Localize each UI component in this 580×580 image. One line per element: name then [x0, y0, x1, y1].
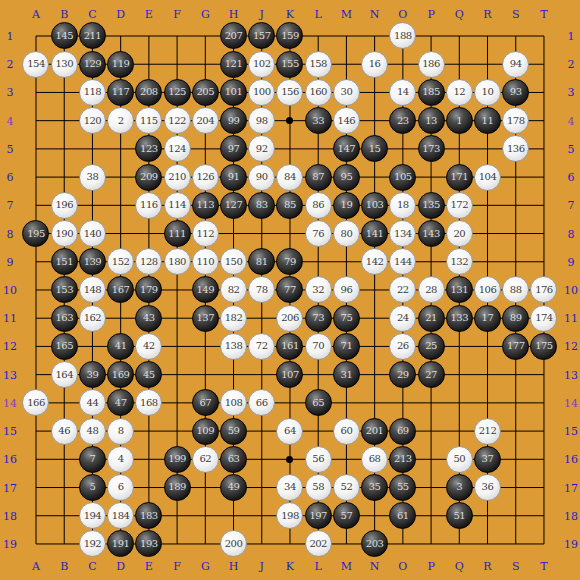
move-number: 117	[112, 87, 130, 97]
move-number: 22	[397, 285, 409, 295]
move-number: 162	[84, 313, 102, 323]
coord-label-14: 14	[564, 396, 578, 409]
move-number: 82	[228, 285, 240, 295]
move-number: 47	[115, 398, 127, 408]
white-stone-C14-move-44: 44	[79, 389, 106, 416]
stones-layer: 1452112071571591881541301291191211021551…	[22, 22, 558, 558]
white-stone-C19-move-192: 192	[79, 530, 106, 557]
black-stone-D10-move-167: 167	[107, 276, 134, 303]
black-stone-B9-move-151: 151	[51, 248, 78, 275]
move-number: 70	[312, 341, 324, 351]
black-stone-J1-move-157: 157	[248, 22, 275, 49]
coord-label-14: 14	[3, 396, 17, 409]
coord-label-17: 17	[3, 481, 17, 494]
black-stone-S11-move-89: 89	[502, 305, 529, 332]
black-stone-A8-move-195: 195	[22, 220, 49, 247]
move-number: 39	[87, 370, 99, 380]
black-stone-M13-move-31: 31	[333, 361, 360, 388]
move-number: 86	[312, 200, 324, 210]
move-number: 199	[168, 454, 186, 464]
black-stone-N5-move-15: 15	[361, 135, 388, 162]
move-number: 77	[284, 285, 296, 295]
black-stone-M6-move-95: 95	[333, 164, 360, 191]
move-number: 108	[225, 398, 243, 408]
move-number: 139	[84, 257, 102, 267]
white-stone-B7-move-196: 196	[51, 192, 78, 219]
black-stone-H16-move-63: 63	[220, 446, 247, 473]
black-stone-E13-move-45: 45	[135, 361, 162, 388]
black-stone-R16-move-37: 37	[474, 446, 501, 473]
black-stone-B10-move-153: 153	[51, 276, 78, 303]
white-stone-K3-move-156: 156	[276, 79, 303, 106]
move-number: 134	[394, 229, 412, 239]
white-stone-J2-move-102: 102	[248, 51, 275, 78]
move-number: 50	[453, 454, 465, 464]
white-stone-C15-move-48: 48	[79, 418, 106, 445]
coord-label-15: 15	[3, 425, 17, 438]
move-number: 88	[510, 285, 522, 295]
black-stone-G11-move-137: 137	[192, 305, 219, 332]
white-stone-E7-move-116: 116	[135, 192, 162, 219]
white-stone-O11-move-24: 24	[389, 305, 416, 332]
white-stone-F7-move-114: 114	[164, 192, 191, 219]
move-number: 172	[450, 200, 468, 210]
white-stone-J4-move-98: 98	[248, 107, 275, 134]
move-number: 132	[450, 257, 468, 267]
white-stone-R3-move-10: 10	[474, 79, 501, 106]
coord-label-16: 16	[3, 453, 17, 466]
coord-label-O: O	[398, 8, 407, 21]
move-number: 173	[422, 144, 440, 154]
white-stone-Q7-move-172: 172	[446, 192, 473, 219]
move-number: 26	[397, 341, 409, 351]
move-number: 148	[84, 285, 102, 295]
white-stone-L10-move-32: 32	[305, 276, 332, 303]
white-stone-T10-move-176: 176	[530, 276, 557, 303]
move-number: 66	[256, 398, 268, 408]
black-stone-C1-move-211: 211	[79, 22, 106, 49]
black-stone-H5-move-97: 97	[220, 135, 247, 162]
move-number: 33	[312, 116, 324, 126]
coord-label-7: 7	[7, 199, 14, 212]
coord-label-P: P	[427, 8, 434, 21]
black-stone-B1-move-145: 145	[51, 22, 78, 49]
black-stone-R4-move-11: 11	[474, 107, 501, 134]
move-number: 72	[256, 341, 268, 351]
black-stone-P4-move-13: 13	[418, 107, 445, 134]
move-number: 200	[225, 539, 243, 549]
coord-label-L: L	[315, 8, 322, 21]
move-number: 158	[309, 59, 327, 69]
coord-label-K: K	[286, 560, 294, 573]
black-stone-K10-move-77: 77	[276, 276, 303, 303]
white-stone-G16-move-62: 62	[192, 446, 219, 473]
black-stone-Q17-move-3: 3	[446, 474, 473, 501]
coord-label-12: 12	[3, 340, 17, 353]
move-number: 123	[140, 144, 158, 154]
coord-label-M: M	[341, 560, 352, 573]
move-number: 1	[456, 116, 462, 126]
coord-label-D: D	[116, 8, 125, 21]
move-number: 78	[256, 285, 268, 295]
white-stone-Q8-move-20: 20	[446, 220, 473, 247]
white-stone-J5-move-92: 92	[248, 135, 275, 162]
white-stone-S5-move-136: 136	[502, 135, 529, 162]
coord-label-10: 10	[3, 283, 17, 296]
move-number: 4	[118, 454, 124, 464]
black-stone-K2-move-155: 155	[276, 51, 303, 78]
white-stone-L7-move-86: 86	[305, 192, 332, 219]
coord-label-H: H	[229, 560, 239, 573]
white-stone-J10-move-78: 78	[248, 276, 275, 303]
move-number: 135	[422, 200, 440, 210]
black-stone-L6-move-87: 87	[305, 164, 332, 191]
white-stone-C8-move-140: 140	[79, 220, 106, 247]
move-number: 84	[284, 172, 296, 182]
white-stone-H14-move-108: 108	[220, 389, 247, 416]
move-number: 188	[394, 31, 412, 41]
white-stone-K18-move-198: 198	[276, 502, 303, 529]
white-stone-L3-move-160: 160	[305, 79, 332, 106]
black-stone-G7-move-113: 113	[192, 192, 219, 219]
move-number: 46	[58, 426, 70, 436]
black-stone-O4-move-23: 23	[389, 107, 416, 134]
move-number: 203	[366, 539, 384, 549]
white-stone-O12-move-26: 26	[389, 333, 416, 360]
black-stone-C16-move-7: 7	[79, 446, 106, 473]
coord-label-T: T	[540, 560, 547, 573]
move-number: 180	[168, 257, 186, 267]
black-stone-M5-move-147: 147	[333, 135, 360, 162]
move-number: 96	[341, 285, 353, 295]
black-stone-K13-move-107: 107	[276, 361, 303, 388]
coord-label-11: 11	[3, 312, 17, 325]
move-number: 194	[84, 511, 102, 521]
move-number: 49	[228, 482, 240, 492]
black-stone-J9-move-81: 81	[248, 248, 275, 275]
coord-label-8: 8	[568, 227, 575, 240]
white-stone-P10-move-28: 28	[418, 276, 445, 303]
black-stone-G3-move-205: 205	[192, 79, 219, 106]
coord-label-E: E	[145, 560, 153, 573]
move-number: 25	[425, 341, 437, 351]
move-number: 91	[228, 172, 240, 182]
move-number: 125	[168, 87, 186, 97]
black-stone-P12-move-25: 25	[418, 333, 445, 360]
move-number: 76	[312, 229, 324, 239]
white-stone-E12-move-42: 42	[135, 333, 162, 360]
coord-label-R: R	[483, 560, 491, 573]
coord-label-1: 1	[7, 30, 14, 43]
white-stone-F6-move-210: 210	[164, 164, 191, 191]
move-number: 110	[197, 257, 215, 267]
move-number: 103	[366, 200, 384, 210]
move-number: 52	[341, 482, 353, 492]
move-number: 100	[253, 87, 271, 97]
move-number: 31	[341, 370, 353, 380]
black-stone-P8-move-143: 143	[418, 220, 445, 247]
white-stone-M3-move-30: 30	[333, 79, 360, 106]
move-number: 51	[453, 511, 465, 521]
move-number: 98	[256, 116, 268, 126]
move-number: 184	[112, 511, 130, 521]
coord-label-5: 5	[7, 142, 14, 155]
black-stone-E6-move-209: 209	[135, 164, 162, 191]
black-stone-H3-move-101: 101	[220, 79, 247, 106]
white-stone-O8-move-134: 134	[389, 220, 416, 247]
black-stone-N7-move-103: 103	[361, 192, 388, 219]
move-number: 45	[143, 370, 155, 380]
white-stone-J6-move-90: 90	[248, 164, 275, 191]
coord-label-Q: Q	[455, 560, 464, 573]
move-number: 175	[535, 341, 553, 351]
move-number: 122	[168, 116, 186, 126]
black-stone-K12-move-161: 161	[276, 333, 303, 360]
coord-label-4: 4	[568, 114, 575, 127]
move-number: 97	[228, 144, 240, 154]
move-number: 213	[394, 454, 412, 464]
coord-label-9: 9	[568, 255, 575, 268]
white-stone-G8-move-112: 112	[192, 220, 219, 247]
coord-label-18: 18	[3, 509, 17, 522]
move-number: 174	[535, 313, 553, 323]
move-number: 161	[281, 341, 299, 351]
white-stone-A2-move-154: 154	[22, 51, 49, 78]
coord-label-15: 15	[564, 425, 578, 438]
move-number: 95	[341, 172, 353, 182]
black-stone-Q18-move-51: 51	[446, 502, 473, 529]
move-number: 163	[55, 313, 73, 323]
black-stone-E5-move-123: 123	[135, 135, 162, 162]
move-number: 18	[397, 200, 409, 210]
coord-label-17: 17	[564, 481, 578, 494]
move-number: 185	[422, 87, 440, 97]
coord-label-B: B	[60, 560, 68, 573]
move-number: 6	[118, 482, 124, 492]
move-number: 165	[55, 341, 73, 351]
coord-label-3: 3	[7, 86, 14, 99]
move-number: 19	[341, 200, 353, 210]
coord-label-3: 3	[568, 86, 575, 99]
move-number: 150	[225, 257, 243, 267]
move-number: 193	[140, 539, 158, 549]
coord-label-S: S	[512, 560, 520, 573]
move-number: 154	[27, 59, 45, 69]
move-number: 124	[168, 144, 186, 154]
black-stone-D2-move-119: 119	[107, 51, 134, 78]
black-stone-H15-move-59: 59	[220, 418, 247, 445]
white-stone-B13-move-164: 164	[51, 361, 78, 388]
white-stone-D4-move-2: 2	[107, 107, 134, 134]
move-number: 43	[143, 313, 155, 323]
black-stone-E11-move-43: 43	[135, 305, 162, 332]
white-stone-D18-move-184: 184	[107, 502, 134, 529]
white-stone-S2-move-94: 94	[502, 51, 529, 78]
black-stone-D13-move-169: 169	[107, 361, 134, 388]
black-stone-K7-move-85: 85	[276, 192, 303, 219]
coord-label-Q: Q	[455, 8, 464, 21]
white-stone-C4-move-120: 120	[79, 107, 106, 134]
white-stone-T11-move-174: 174	[530, 305, 557, 332]
move-number: 157	[253, 31, 271, 41]
black-stone-C17-move-5: 5	[79, 474, 106, 501]
black-stone-O13-move-29: 29	[389, 361, 416, 388]
move-number: 69	[397, 426, 409, 436]
black-stone-F8-move-111: 111	[164, 220, 191, 247]
black-stone-O17-move-55: 55	[389, 474, 416, 501]
coord-label-F: F	[173, 560, 181, 573]
black-stone-P5-move-173: 173	[418, 135, 445, 162]
move-number: 17	[482, 313, 494, 323]
move-number: 171	[450, 172, 468, 182]
move-number: 32	[312, 285, 324, 295]
black-stone-D12-move-41: 41	[107, 333, 134, 360]
coord-label-2: 2	[568, 58, 575, 71]
move-number: 15	[369, 144, 381, 154]
black-stone-T12-move-175: 175	[530, 333, 557, 360]
go-board[interactable]: AABBCCDDEEFFGGHHJJKKLLMMNNOOPPQQRRSSTT11…	[0, 0, 580, 580]
move-number: 34	[284, 482, 296, 492]
move-number: 89	[510, 313, 522, 323]
move-number: 24	[397, 313, 409, 323]
move-number: 121	[225, 59, 243, 69]
white-stone-M10-move-96: 96	[333, 276, 360, 303]
move-number: 153	[55, 285, 73, 295]
move-number: 189	[168, 482, 186, 492]
white-stone-B2-move-130: 130	[51, 51, 78, 78]
move-number: 56	[312, 454, 324, 464]
coord-label-8: 8	[7, 227, 14, 240]
black-stone-P11-move-21: 21	[418, 305, 445, 332]
coord-label-10: 10	[564, 283, 578, 296]
move-number: 146	[338, 116, 356, 126]
white-stone-K6-move-84: 84	[276, 164, 303, 191]
move-number: 209	[140, 172, 158, 182]
white-stone-G9-move-110: 110	[192, 248, 219, 275]
move-number: 81	[256, 257, 268, 267]
move-number: 62	[199, 454, 211, 464]
move-number: 202	[309, 539, 327, 549]
move-number: 14	[397, 87, 409, 97]
move-number: 178	[507, 116, 525, 126]
move-number: 13	[425, 116, 437, 126]
black-stone-B12-move-165: 165	[51, 333, 78, 360]
move-number: 160	[309, 87, 327, 97]
white-stone-E9-move-128: 128	[135, 248, 162, 275]
move-number: 64	[284, 426, 296, 436]
move-number: 48	[87, 426, 99, 436]
white-stone-P2-move-186: 186	[418, 51, 445, 78]
coord-label-G: G	[201, 560, 210, 573]
white-stone-F9-move-180: 180	[164, 248, 191, 275]
move-number: 58	[312, 482, 324, 492]
move-number: 141	[366, 229, 384, 239]
move-number: 104	[479, 172, 497, 182]
move-number: 128	[140, 257, 158, 267]
move-number: 2	[118, 116, 124, 126]
black-stone-Q11-move-133: 133	[446, 305, 473, 332]
white-stone-M17-move-52: 52	[333, 474, 360, 501]
move-number: 85	[284, 200, 296, 210]
coord-label-J: J	[260, 8, 264, 21]
move-number: 136	[507, 144, 525, 154]
white-stone-D9-move-152: 152	[107, 248, 134, 275]
coord-label-R: R	[483, 8, 491, 21]
black-stone-N8-move-141: 141	[361, 220, 388, 247]
move-number: 177	[507, 341, 525, 351]
coord-label-N: N	[370, 8, 380, 21]
star-point-K16	[286, 456, 293, 463]
white-stone-K15-move-64: 64	[276, 418, 303, 445]
white-stone-C6-move-38: 38	[79, 164, 106, 191]
move-number: 42	[143, 341, 155, 351]
black-stone-P13-move-27: 27	[418, 361, 445, 388]
white-stone-G4-move-204: 204	[192, 107, 219, 134]
coord-label-19: 19	[3, 537, 17, 550]
move-number: 75	[341, 313, 353, 323]
move-number: 140	[84, 229, 102, 239]
move-number: 94	[510, 59, 522, 69]
move-number: 149	[197, 285, 215, 295]
white-stone-L16-move-56: 56	[305, 446, 332, 473]
move-number: 41	[115, 341, 127, 351]
move-number: 106	[479, 285, 497, 295]
black-stone-L18-move-197: 197	[305, 502, 332, 529]
move-number: 68	[369, 454, 381, 464]
move-number: 144	[394, 257, 412, 267]
black-stone-E3-move-208: 208	[135, 79, 162, 106]
move-number: 190	[55, 229, 73, 239]
coord-label-N: N	[370, 560, 380, 573]
coord-label-M: M	[341, 8, 352, 21]
white-stone-R15-move-212: 212	[474, 418, 501, 445]
black-stone-D19-move-191: 191	[107, 530, 134, 557]
move-number: 59	[228, 426, 240, 436]
white-stone-E14-move-168: 168	[135, 389, 162, 416]
coord-label-9: 9	[7, 255, 14, 268]
black-stone-M7-move-19: 19	[333, 192, 360, 219]
white-stone-H10-move-82: 82	[220, 276, 247, 303]
white-stone-Q3-move-12: 12	[446, 79, 473, 106]
white-stone-F5-move-124: 124	[164, 135, 191, 162]
black-stone-D14-move-47: 47	[107, 389, 134, 416]
star-point-K4	[286, 117, 293, 124]
move-number: 11	[482, 116, 494, 126]
move-number: 138	[225, 341, 243, 351]
coord-label-12: 12	[564, 340, 578, 353]
coord-label-A: A	[32, 8, 40, 21]
move-number: 27	[425, 370, 437, 380]
black-stone-E19-move-193: 193	[135, 530, 162, 557]
coord-label-H: H	[229, 8, 239, 21]
move-number: 38	[87, 172, 99, 182]
white-stone-L17-move-58: 58	[305, 474, 332, 501]
white-stone-J12-move-72: 72	[248, 333, 275, 360]
white-stone-S4-move-178: 178	[502, 107, 529, 134]
black-stone-S3-move-93: 93	[502, 79, 529, 106]
white-stone-K17-move-34: 34	[276, 474, 303, 501]
coord-label-11: 11	[564, 312, 578, 325]
move-number: 16	[369, 59, 381, 69]
move-number: 61	[397, 511, 409, 521]
move-number: 127	[225, 200, 243, 210]
white-stone-H11-move-182: 182	[220, 305, 247, 332]
coord-label-4: 4	[7, 114, 14, 127]
move-number: 114	[168, 200, 186, 210]
white-stone-B8-move-190: 190	[51, 220, 78, 247]
move-number: 30	[341, 87, 353, 97]
black-stone-N15-move-201: 201	[361, 418, 388, 445]
